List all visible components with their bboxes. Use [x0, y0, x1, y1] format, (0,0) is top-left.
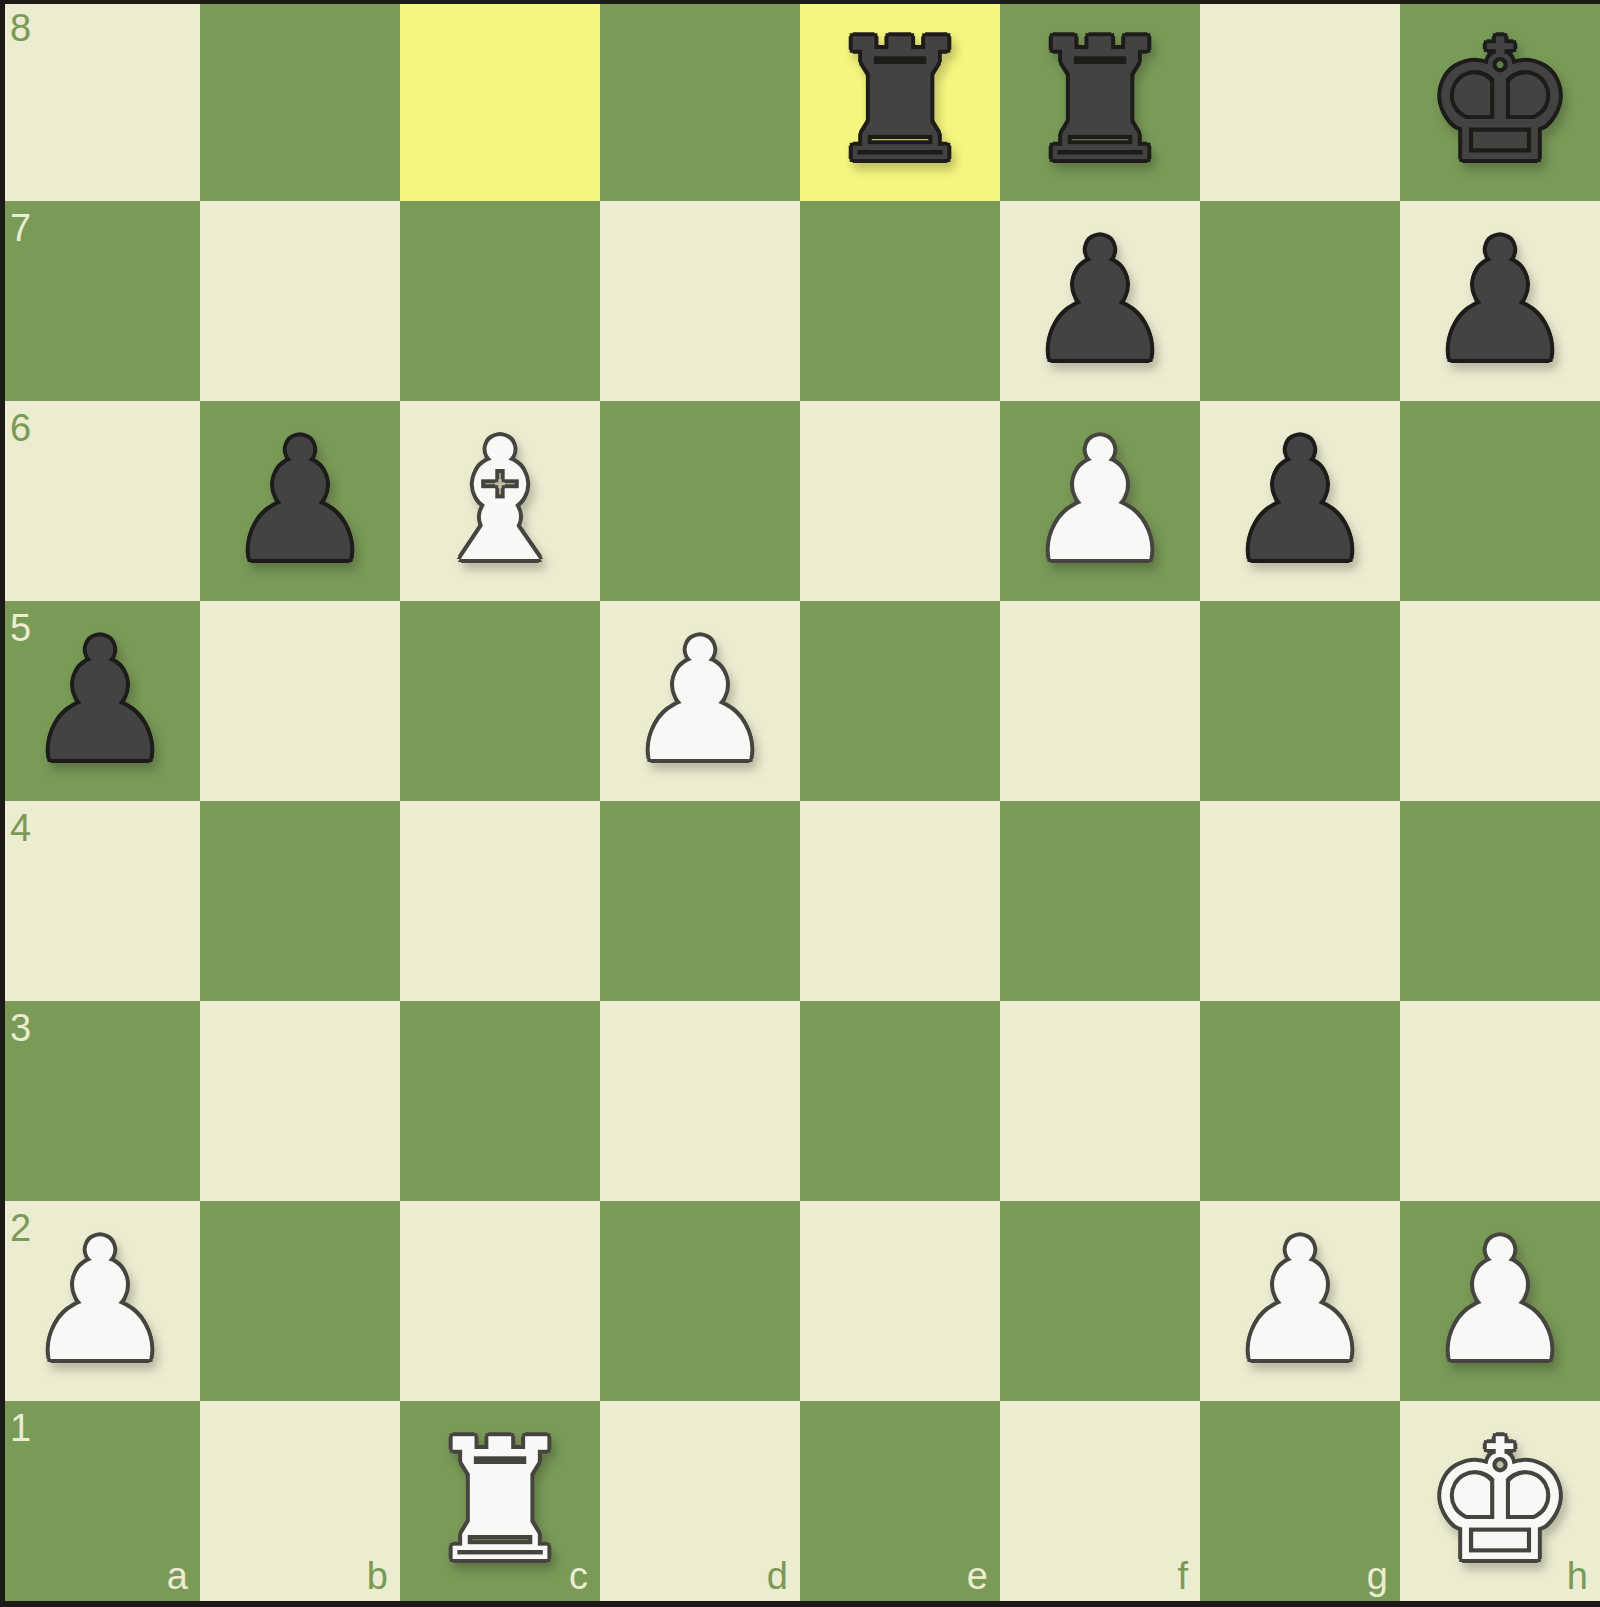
rank-label-1: 1 [10, 1409, 31, 1447]
square-a7[interactable]: 7 [0, 201, 200, 401]
white-pawn-icon[interactable]: ♟ [1200, 1201, 1400, 1401]
square-g2[interactable]: ♟ [1200, 1201, 1400, 1401]
file-label-a: a [167, 1557, 188, 1595]
white-pawn-icon[interactable]: ♟ [600, 601, 800, 801]
square-c3[interactable] [400, 1001, 600, 1201]
file-label-b: b [367, 1557, 388, 1595]
square-d6[interactable] [600, 401, 800, 601]
file-label-d: d [767, 1557, 788, 1595]
square-f3[interactable] [1000, 1001, 1200, 1201]
square-d7[interactable] [600, 201, 800, 401]
square-d3[interactable] [600, 1001, 800, 1201]
square-f5[interactable] [1000, 601, 1200, 801]
square-c6[interactable]: ♝ [400, 401, 600, 601]
white-rook-icon[interactable]: ♜ [400, 1401, 600, 1601]
file-label-f: f [1177, 1557, 1188, 1595]
white-pawn-icon[interactable]: ♟ [0, 1201, 200, 1401]
square-f1[interactable]: f [1000, 1401, 1200, 1601]
square-c4[interactable] [400, 801, 600, 1001]
square-d4[interactable] [600, 801, 800, 1001]
white-pawn-icon[interactable]: ♟ [1400, 1201, 1600, 1401]
square-c1[interactable]: c♜ [400, 1401, 600, 1601]
square-a1[interactable]: 1a [0, 1401, 200, 1601]
square-f6[interactable]: ♟ [1000, 401, 1200, 601]
square-h7[interactable]: ♟ [1400, 201, 1600, 401]
square-a3[interactable]: 3 [0, 1001, 200, 1201]
square-f7[interactable]: ♟ [1000, 201, 1200, 401]
white-pawn-icon[interactable]: ♟ [1000, 401, 1200, 601]
square-e5[interactable] [800, 601, 1000, 801]
square-a4[interactable]: 4 [0, 801, 200, 1001]
square-a2[interactable]: 2♟ [0, 1201, 200, 1401]
black-pawn-icon[interactable]: ♟ [1200, 401, 1400, 601]
square-e1[interactable]: e [800, 1401, 1000, 1601]
file-label-e: e [967, 1557, 988, 1595]
white-king-icon[interactable]: ♚ [1400, 1401, 1600, 1601]
square-g7[interactable] [1200, 201, 1400, 401]
square-b5[interactable] [200, 601, 400, 801]
frame-edge-bottom [0, 1601, 1600, 1607]
square-h3[interactable] [1400, 1001, 1600, 1201]
square-f4[interactable] [1000, 801, 1200, 1001]
black-pawn-icon[interactable]: ♟ [1000, 201, 1200, 401]
white-bishop-icon[interactable]: ♝ [400, 401, 600, 601]
square-b6[interactable]: ♟ [200, 401, 400, 601]
square-d2[interactable] [600, 1201, 800, 1401]
square-c5[interactable] [400, 601, 600, 801]
square-h5[interactable] [1400, 601, 1600, 801]
square-b1[interactable]: b [200, 1401, 400, 1601]
square-f8[interactable]: ♜ [1000, 1, 1200, 201]
square-g8[interactable] [1200, 1, 1400, 201]
square-g1[interactable]: g [1200, 1401, 1400, 1601]
square-e7[interactable] [800, 201, 1000, 401]
square-a6[interactable]: 6 [0, 401, 200, 601]
frame-edge-left [0, 0, 5, 1607]
rank-label-3: 3 [10, 1009, 31, 1047]
square-e3[interactable] [800, 1001, 1000, 1201]
rank-label-4: 4 [10, 809, 31, 847]
square-g6[interactable]: ♟ [1200, 401, 1400, 601]
black-pawn-icon[interactable]: ♟ [1400, 201, 1600, 401]
square-d1[interactable]: d [600, 1401, 800, 1601]
square-a5[interactable]: 5♟ [0, 601, 200, 801]
square-c7[interactable] [400, 201, 600, 401]
chess-app-viewport: 8♜♜♚7♟♟6♟♝♟♟5♟♟432♟♟♟1abc♜defgh♚ [0, 0, 1600, 1607]
rank-label-8: 8 [10, 9, 31, 47]
black-pawn-icon[interactable]: ♟ [0, 601, 200, 801]
square-d5[interactable]: ♟ [600, 601, 800, 801]
file-label-g: g [1367, 1557, 1388, 1595]
square-b7[interactable] [200, 201, 400, 401]
black-rook-icon[interactable]: ♜ [800, 1, 1000, 201]
square-g4[interactable] [1200, 801, 1400, 1001]
square-c2[interactable] [400, 1201, 600, 1401]
square-h2[interactable]: ♟ [1400, 1201, 1600, 1401]
square-h8[interactable]: ♚ [1400, 1, 1600, 201]
chess-board: 8♜♜♚7♟♟6♟♝♟♟5♟♟432♟♟♟1abc♜defgh♚ [0, 1, 1600, 1601]
square-b8[interactable] [200, 1, 400, 201]
square-c8[interactable] [400, 1, 600, 201]
square-f2[interactable] [1000, 1201, 1200, 1401]
rank-label-6: 6 [10, 409, 31, 447]
square-g5[interactable] [1200, 601, 1400, 801]
square-g3[interactable] [1200, 1001, 1400, 1201]
rank-label-7: 7 [10, 209, 31, 247]
square-b3[interactable] [200, 1001, 400, 1201]
frame-edge-top [0, 0, 1600, 4]
square-e6[interactable] [800, 401, 1000, 601]
square-a8[interactable]: 8 [0, 1, 200, 201]
square-e8[interactable]: ♜ [800, 1, 1000, 201]
square-h1[interactable]: h♚ [1400, 1401, 1600, 1601]
square-e2[interactable] [800, 1201, 1000, 1401]
black-rook-icon[interactable]: ♜ [1000, 1, 1200, 201]
square-h4[interactable] [1400, 801, 1600, 1001]
square-b2[interactable] [200, 1201, 400, 1401]
square-d8[interactable] [600, 1, 800, 201]
black-pawn-icon[interactable]: ♟ [200, 401, 400, 601]
square-b4[interactable] [200, 801, 400, 1001]
black-king-icon[interactable]: ♚ [1400, 1, 1600, 201]
square-e4[interactable] [800, 801, 1000, 1001]
square-h6[interactable] [1400, 401, 1600, 601]
